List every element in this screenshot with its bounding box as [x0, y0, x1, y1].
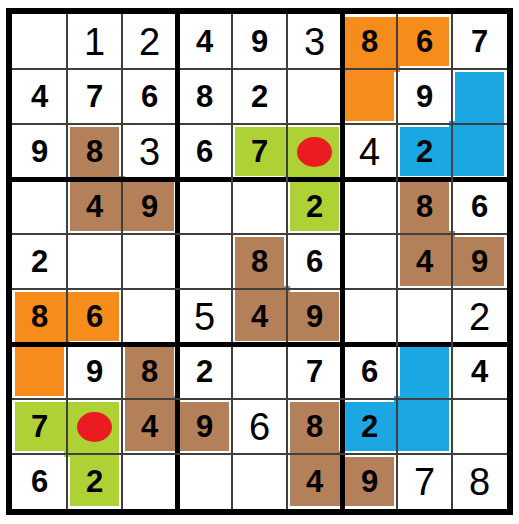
digit-r9c8: 7: [414, 463, 435, 501]
cell-r9c6[interactable]: 4: [287, 454, 342, 509]
cell-r8c5[interactable]: 6: [232, 399, 287, 454]
cell-r6c3[interactable]: [122, 289, 177, 344]
cell-r4c7[interactable]: [342, 179, 397, 234]
cell-r1c7[interactable]: 8: [342, 14, 397, 69]
digit-r4c3: 9: [141, 191, 158, 222]
digit-r6c4: 5: [194, 298, 215, 336]
cell-r3c2[interactable]: 8: [67, 124, 122, 179]
cell-r1c8[interactable]: 6: [397, 14, 452, 69]
digit-r1c9: 7: [471, 26, 488, 57]
cell-r5c3[interactable]: [122, 234, 177, 289]
digit-r9c7: 9: [361, 466, 378, 497]
cell-r6c6[interactable]: 9: [287, 289, 342, 344]
cell-r2c8[interactable]: 9: [397, 69, 452, 124]
digit-r9c2: 2: [86, 466, 103, 497]
cell-r5c7[interactable]: [342, 234, 397, 289]
digit-r1c6: 3: [304, 23, 325, 61]
cell-r7c8[interactable]: [397, 344, 452, 399]
digit-r8c5: 6: [249, 408, 270, 446]
digit-r8c1: 7: [31, 411, 48, 442]
cell-r6c5[interactable]: 4: [232, 289, 287, 344]
digit-r9c1: 6: [31, 466, 48, 497]
orange-region-fill: [15, 341, 64, 396]
cell-r5c5[interactable]: 8: [232, 234, 287, 289]
cell-r4c6[interactable]: 2: [287, 179, 342, 234]
cell-r5c2[interactable]: [67, 234, 122, 289]
digit-r4c2: 4: [86, 191, 103, 222]
cell-r7c9[interactable]: 4: [452, 344, 507, 399]
digit-r5c5: 8: [251, 246, 268, 277]
blue-region-fill: [400, 347, 449, 402]
cell-r2c7[interactable]: [342, 69, 397, 124]
blue-region-fill: [455, 72, 504, 127]
cell-r8c1[interactable]: 7: [12, 399, 67, 454]
digit-r5c6: 6: [306, 246, 323, 277]
cell-r5c1[interactable]: 2: [12, 234, 67, 289]
cell-r2c4[interactable]: 8: [177, 69, 232, 124]
cell-r9c5[interactable]: [232, 454, 287, 509]
digit-r8c6: 8: [306, 411, 323, 442]
cell-r9c4[interactable]: [177, 454, 232, 509]
cell-r2c2[interactable]: 7: [67, 69, 122, 124]
cell-r3c4[interactable]: 6: [177, 124, 232, 179]
digit-r5c9: 9: [471, 246, 488, 277]
cell-r6c7[interactable]: [342, 289, 397, 344]
cell-r8c6[interactable]: 8: [287, 399, 342, 454]
red-circle-marker: [297, 137, 332, 167]
digit-r9c9: 8: [469, 463, 490, 501]
digit-r6c1: 8: [31, 301, 48, 332]
cell-r1c2[interactable]: 1: [67, 14, 122, 69]
cell-r1c4[interactable]: 4: [177, 14, 232, 69]
digit-r8c3: 4: [141, 411, 158, 442]
digit-r1c5: 9: [251, 26, 268, 57]
cell-r2c6[interactable]: [287, 69, 342, 124]
digit-r8c4: 9: [196, 411, 213, 442]
digit-r7c9: 4: [471, 356, 488, 387]
cell-r4c4[interactable]: [177, 179, 232, 234]
digit-r4c8: 8: [416, 191, 433, 222]
cell-r1c6[interactable]: 3: [287, 14, 342, 69]
cell-r3c8[interactable]: 2: [397, 124, 452, 179]
cell-r1c9[interactable]: 7: [452, 14, 507, 69]
digit-r7c2: 9: [86, 356, 103, 387]
cell-r5c6[interactable]: 6: [287, 234, 342, 289]
cell-r6c1[interactable]: 8: [12, 289, 67, 344]
digit-r2c5: 2: [251, 81, 268, 112]
digit-r3c3: 3: [139, 133, 160, 171]
digit-r5c1: 2: [31, 246, 48, 277]
cell-r9c7[interactable]: 9: [342, 454, 397, 509]
digit-r4c6: 2: [306, 191, 323, 222]
cell-r3c6[interactable]: [287, 124, 342, 179]
cell-r5c4[interactable]: [177, 234, 232, 289]
cell-r3c3[interactable]: 3: [122, 124, 177, 179]
digit-r1c4: 4: [196, 26, 213, 57]
cell-r2c3[interactable]: 6: [122, 69, 177, 124]
cell-r3c1[interactable]: 9: [12, 124, 67, 179]
digit-r7c3: 8: [141, 356, 158, 387]
digit-r2c8: 9: [416, 81, 433, 112]
digit-r6c5: 4: [251, 301, 268, 332]
digit-r3c8: 2: [416, 136, 433, 167]
digit-r1c7: 8: [361, 26, 378, 57]
cell-r6c4[interactable]: 5: [177, 289, 232, 344]
cell-r2c9[interactable]: [452, 69, 507, 124]
digit-r6c6: 9: [306, 301, 323, 332]
cell-r4c1[interactable]: [12, 179, 67, 234]
cell-r7c7[interactable]: 6: [342, 344, 397, 399]
blue-region-fill: [394, 396, 449, 451]
red-circle-marker: [77, 412, 112, 442]
blue-region-fill: [449, 121, 504, 176]
digit-r6c2: 6: [86, 301, 103, 332]
cell-r3c9[interactable]: [452, 124, 507, 179]
digit-r2c2: 7: [86, 81, 103, 112]
sudoku-board: 1249386747682998367424928628649865492982…: [6, 8, 513, 515]
cell-r9c2[interactable]: 2: [67, 454, 122, 509]
digit-r3c2: 8: [86, 136, 103, 167]
cell-r3c7[interactable]: 4: [342, 124, 397, 179]
cell-r8c8[interactable]: [397, 399, 452, 454]
cell-r3c5[interactable]: 7: [232, 124, 287, 179]
digit-r2c3: 6: [141, 81, 158, 112]
cell-r6c2[interactable]: 6: [67, 289, 122, 344]
cell-r7c4[interactable]: 2: [177, 344, 232, 399]
cell-r1c5[interactable]: 9: [232, 14, 287, 69]
digit-r1c3: 2: [139, 23, 160, 61]
cell-r4c5[interactable]: [232, 179, 287, 234]
sudoku-cell-grid: 1249386747682998367424928628649865492982…: [12, 14, 507, 509]
cell-r9c3[interactable]: [122, 454, 177, 509]
digit-r3c7: 4: [359, 133, 380, 171]
digit-r2c1: 4: [31, 81, 48, 112]
cell-r9c9[interactable]: 8: [452, 454, 507, 509]
cell-r9c1[interactable]: 6: [12, 454, 67, 509]
cell-r4c3[interactable]: 9: [122, 179, 177, 234]
cell-r7c2[interactable]: 9: [67, 344, 122, 399]
cell-r7c5[interactable]: [232, 344, 287, 399]
cell-r9c8[interactable]: 7: [397, 454, 452, 509]
orange-region-fill: [345, 66, 394, 121]
digit-r7c6: 7: [306, 356, 323, 387]
cell-r2c5[interactable]: 2: [232, 69, 287, 124]
cell-r7c6[interactable]: 7: [287, 344, 342, 399]
cell-r2c1[interactable]: 4: [12, 69, 67, 124]
cell-r4c9[interactable]: 6: [452, 179, 507, 234]
digit-r3c4: 6: [196, 136, 213, 167]
digit-r7c4: 2: [196, 356, 213, 387]
digit-r2c4: 8: [196, 81, 213, 112]
digit-r3c5: 7: [251, 136, 268, 167]
cell-r8c3[interactable]: 4: [122, 399, 177, 454]
cell-r8c4[interactable]: 9: [177, 399, 232, 454]
digit-r6c9: 2: [469, 298, 490, 336]
cell-r7c1[interactable]: [12, 344, 67, 399]
cell-r5c8[interactable]: 4: [397, 234, 452, 289]
digit-r7c7: 6: [361, 356, 378, 387]
cell-r5c9[interactable]: 9: [452, 234, 507, 289]
cell-r8c2[interactable]: [67, 399, 122, 454]
cell-r8c9[interactable]: [452, 399, 507, 454]
cell-r1c1[interactable]: [12, 14, 67, 69]
digit-r1c8: 6: [416, 26, 433, 57]
cell-r6c9[interactable]: 2: [452, 289, 507, 344]
cell-r4c8[interactable]: 8: [397, 179, 452, 234]
cell-r8c7[interactable]: 2: [342, 399, 397, 454]
cell-r7c3[interactable]: 8: [122, 344, 177, 399]
digit-r5c8: 4: [416, 246, 433, 277]
digit-r3c1: 9: [31, 136, 48, 167]
digit-r1c2: 1: [84, 23, 105, 61]
digit-r8c7: 2: [361, 411, 378, 442]
cell-r6c8[interactable]: [397, 289, 452, 344]
digit-r9c6: 4: [306, 466, 323, 497]
cell-r1c3[interactable]: 2: [122, 14, 177, 69]
cell-r4c2[interactable]: 4: [67, 179, 122, 234]
digit-r4c9: 6: [471, 191, 488, 222]
